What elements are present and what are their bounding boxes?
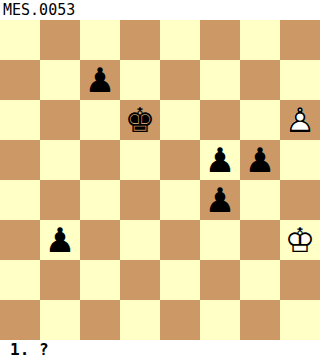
black-pawn-f5[interactable]: ♟ [200,140,240,180]
square-c7[interactable]: ♟ [80,60,120,100]
square-e2[interactable] [160,260,200,300]
square-d1[interactable] [120,300,160,340]
square-g6[interactable] [240,100,280,140]
square-a8[interactable] [0,20,40,60]
square-f2[interactable] [200,260,240,300]
square-a2[interactable] [0,260,40,300]
square-b2[interactable] [40,260,80,300]
square-d3[interactable] [120,220,160,260]
square-d4[interactable] [120,180,160,220]
square-f4[interactable]: ♟ [200,180,240,220]
square-b1[interactable] [40,300,80,340]
white-king-h3-outline: ♔ [280,220,320,260]
header: MES.0053 [0,0,320,20]
square-b4[interactable] [40,180,80,220]
square-f6[interactable] [200,100,240,140]
square-f1[interactable] [200,300,240,340]
square-h2[interactable] [280,260,320,300]
square-b3[interactable]: ♟ [40,220,80,260]
black-pawn-g5[interactable]: ♟ [240,140,280,180]
square-b5[interactable] [40,140,80,180]
square-c1[interactable] [80,300,120,340]
black-king-d6[interactable]: ♚ [120,100,160,140]
square-a7[interactable] [0,60,40,100]
square-b7[interactable] [40,60,80,100]
square-g7[interactable] [240,60,280,100]
square-g5[interactable]: ♟ [240,140,280,180]
square-d7[interactable] [120,60,160,100]
square-g1[interactable] [240,300,280,340]
page-title: MES.0053 [0,0,75,20]
square-d8[interactable] [120,20,160,60]
square-g3[interactable] [240,220,280,260]
square-a5[interactable] [0,140,40,180]
square-f8[interactable] [200,20,240,60]
square-b6[interactable] [40,100,80,140]
square-h4[interactable] [280,180,320,220]
square-c8[interactable] [80,20,120,60]
square-h5[interactable] [280,140,320,180]
square-h6[interactable]: ♟♙ [280,100,320,140]
square-h8[interactable] [280,20,320,60]
square-g4[interactable] [240,180,280,220]
footer: 1. ? [0,340,320,360]
square-c3[interactable] [80,220,120,260]
square-e1[interactable] [160,300,200,340]
square-e7[interactable] [160,60,200,100]
square-h1[interactable] [280,300,320,340]
square-d6[interactable]: ♚ [120,100,160,140]
white-pawn-h6-outline: ♙ [280,100,320,140]
square-a4[interactable] [0,180,40,220]
square-c2[interactable] [80,260,120,300]
white-pawn-h6[interactable]: ♟♙ [280,100,320,140]
black-pawn-c7[interactable]: ♟ [80,60,120,100]
square-a6[interactable] [0,100,40,140]
square-h3[interactable]: ♚♔ [280,220,320,260]
square-e3[interactable] [160,220,200,260]
square-h7[interactable] [280,60,320,100]
square-g8[interactable] [240,20,280,60]
square-d5[interactable] [120,140,160,180]
black-pawn-f4[interactable]: ♟ [200,180,240,220]
black-pawn-b3[interactable]: ♟ [40,220,80,260]
square-a3[interactable] [0,220,40,260]
square-b8[interactable] [40,20,80,60]
square-g2[interactable] [240,260,280,300]
square-c5[interactable] [80,140,120,180]
square-c6[interactable] [80,100,120,140]
square-e4[interactable] [160,180,200,220]
square-f3[interactable] [200,220,240,260]
square-a1[interactable] [0,300,40,340]
move-prompt: 1. ? [0,340,49,360]
square-e8[interactable] [160,20,200,60]
square-e5[interactable] [160,140,200,180]
square-d2[interactable] [120,260,160,300]
square-e6[interactable] [160,100,200,140]
square-c4[interactable] [80,180,120,220]
chess-puzzle-window: MES.0053 ♟♚♟♙♟♟♟♟♚♔ 1. ? [0,0,320,360]
square-f5[interactable]: ♟ [200,140,240,180]
white-king-h3[interactable]: ♚♔ [280,220,320,260]
square-f7[interactable] [200,60,240,100]
chess-board: ♟♚♟♙♟♟♟♟♚♔ [0,20,320,340]
